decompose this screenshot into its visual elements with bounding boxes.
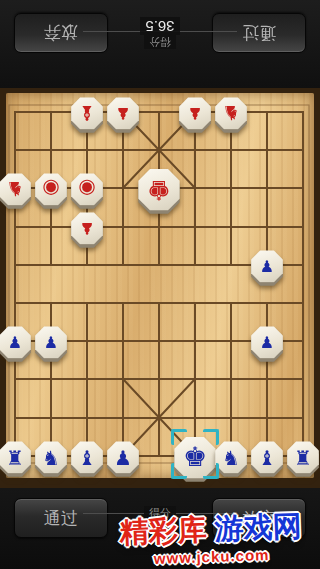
piece-red-advisor[interactable]: ♟ [179,97,212,130]
horse-icon: ♞ [0,173,32,206]
pass-button-bottom[interactable]: 通过 [14,498,108,538]
horse-icon: ♞ [35,441,68,474]
soldier-icon: ♟ [251,250,284,283]
horse-icon: ♞ [215,97,248,130]
selection-corner-icon [171,463,187,479]
piece-blue-elephant[interactable]: ♝ [251,441,284,474]
cannon-icon: ◉ [71,173,104,206]
elephant-icon: ♝ [251,441,284,474]
piece-blue-soldier[interactable]: ♟ [35,326,68,359]
piece-blue-elephant[interactable]: ♝ [71,441,104,474]
king-icon: ♚ [138,168,181,211]
score-label: 得分 [144,35,176,49]
piece-blue-horse[interactable]: ♞ [35,441,68,474]
bottom-score: 得分 [125,506,195,520]
horse-icon: ♞ [215,441,248,474]
selection-corner-icon [171,429,187,445]
soldier-icon: ♟ [35,326,68,359]
top-bar: 通过 得分 36.5 放弃 [0,0,320,88]
pieces-layer: ♝♟♟♞♞◉◉♚♟♟♟♟♟♜♞♝♟♚♞♝♜ [0,88,320,488]
elephant-icon: ♝ [71,97,104,130]
piece-red-horse[interactable]: ♞ [215,97,248,130]
xiangqi-board[interactable]: ♝♟♟♞♞◉◉♚♟♟♟♟♟♜♞♝♟♚♞♝♜ [0,88,320,488]
top-score: 得分 36.5 [125,17,195,49]
piece-red-elephant[interactable]: ♝ [71,97,104,130]
piece-red-cannon[interactable]: ◉ [71,173,104,206]
piece-blue-chariot[interactable]: ♜ [0,441,32,474]
forfeit-button-bottom[interactable]: 放弃 [212,498,306,538]
advisor-icon: ♟ [107,97,140,130]
piece-red-cannon[interactable]: ◉ [35,173,68,206]
advisor-icon: ♟ [107,441,140,474]
forfeit-button-top[interactable]: 放弃 [14,13,108,53]
piece-blue-soldier[interactable]: ♟ [251,250,284,283]
soldier-icon: ♟ [251,326,284,359]
piece-blue-soldier[interactable]: ♟ [0,326,32,359]
chariot-icon: ♜ [0,441,32,474]
score-value: 36.5 [140,17,179,35]
piece-red-horse[interactable]: ♞ [0,173,32,206]
elephant-icon: ♝ [71,441,104,474]
cannon-icon: ◉ [35,173,68,206]
bottom-bar-content: 通过 得分 放弃 [0,488,320,569]
pass-button-top[interactable]: 通过 [212,13,306,53]
advisor-icon: ♟ [179,97,212,130]
chariot-icon: ♜ [287,441,320,474]
selected-piece-brackets [171,429,219,479]
selection-corner-icon [203,429,219,445]
piece-red-king[interactable]: ♚ [138,168,181,211]
piece-blue-advisor[interactable]: ♟ [107,441,140,474]
selection-corner-icon [203,463,219,479]
top-bar-content: 通过 得分 36.5 放弃 [0,0,320,88]
soldier-icon: ♟ [71,212,104,245]
bottom-bar: 通过 得分 放弃 [0,488,320,569]
piece-blue-horse[interactable]: ♞ [215,441,248,474]
score-label: 得分 [144,506,176,520]
soldier-icon: ♟ [0,326,32,359]
piece-blue-chariot[interactable]: ♜ [287,441,320,474]
piece-blue-soldier[interactable]: ♟ [251,326,284,359]
piece-red-soldier[interactable]: ♟ [71,212,104,245]
piece-red-advisor[interactable]: ♟ [107,97,140,130]
